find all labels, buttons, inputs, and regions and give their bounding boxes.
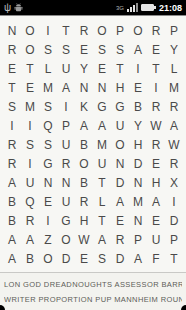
grid-cell-r5-c2[interactable]: M (21, 97, 39, 116)
grid-cell-r3-c8[interactable]: I (129, 59, 147, 78)
grid-cell-r11-c10[interactable]: D (165, 211, 183, 230)
grid-cell-r1-c2[interactable]: O (21, 21, 39, 40)
grid-cell-r10-c9[interactable]: A (147, 192, 165, 211)
grid-cell-r2-c6[interactable]: S (93, 40, 111, 59)
grid-cell-r6-c8[interactable]: Y (129, 116, 147, 135)
grid-cell-r11-c5[interactable]: H (75, 211, 93, 230)
grid-cell-r11-c2[interactable]: R (21, 211, 39, 230)
grid-cell-r12-c9[interactable]: U (147, 230, 165, 249)
grid-cell-r5-c5[interactable]: K (75, 97, 93, 116)
grid-cell-r4-c5[interactable]: N (75, 78, 93, 97)
grid-cell-r5-c1[interactable]: S (3, 97, 21, 116)
grid-cell-r2-c5[interactable]: E (75, 40, 93, 59)
grid-cell-r1-c5[interactable]: R (75, 21, 93, 40)
grid-cell-r4-c4[interactable]: A (57, 78, 75, 97)
grid-cell-r1-c1[interactable]: N (3, 21, 21, 40)
word-list-line-1: LON GOD DREADNOUGHTS ASSESSOR BARRISTER (4, 277, 182, 292)
grid-cell-r11-c6[interactable]: T (93, 211, 111, 230)
grid-cell-r10-c3[interactable]: E (39, 192, 57, 211)
grid-cell-r2-c7[interactable]: S (111, 40, 129, 59)
grid-cell-r7-c2[interactable]: S (21, 135, 39, 154)
grid-cell-r12-c10[interactable]: P (165, 230, 183, 249)
letter-grid[interactable]: NOITROPORPROSSESSAEYETLUYETITLTEMANNHEIM… (3, 21, 183, 268)
grid-cell-r4-c3[interactable]: M (39, 78, 57, 97)
usb-debugging-android-icon (14, 3, 23, 13)
grid-cell-r3-c9[interactable]: T (147, 59, 165, 78)
grid-cell-r9-c4[interactable]: N (57, 173, 75, 192)
grid-cell-r12-c2[interactable]: A (21, 230, 39, 249)
grid-cell-r10-c4[interactable]: U (57, 192, 75, 211)
grid-cell-r1-c4[interactable]: T (57, 21, 75, 40)
grid-cell-r4-c1[interactable]: T (3, 78, 21, 97)
grid-cell-r7-c7[interactable]: O (111, 135, 129, 154)
grid-cell-r13-c1[interactable]: A (3, 249, 21, 268)
grid-cell-r2-c9[interactable]: E (147, 40, 165, 59)
grid-cell-r9-c1[interactable]: A (3, 173, 21, 192)
grid-cell-r2-c3[interactable]: S (39, 40, 57, 59)
grid-cell-r13-c8[interactable]: A (129, 249, 147, 268)
network-3g-icon: 3G (116, 5, 124, 11)
grid-cell-r12-c8[interactable]: P (129, 230, 147, 249)
grid-cell-r3-c1[interactable]: E (3, 59, 21, 78)
grid-cell-r10-c8[interactable]: M (129, 192, 147, 211)
grid-cell-r13-c6[interactable]: S (93, 249, 111, 268)
grid-cell-r1-c6[interactable]: O (93, 21, 111, 40)
grid-cell-r9-c2[interactable]: U (21, 173, 39, 192)
grid-cell-r10-c1[interactable]: B (3, 192, 21, 211)
word-list-panel: LON GOD DREADNOUGHTS ASSESSOR BARRISTER … (0, 272, 186, 310)
grid-cell-r9-c9[interactable]: H (147, 173, 165, 192)
grid-cell-r5-c10[interactable]: R (165, 97, 183, 116)
grid-cell-r1-c3[interactable]: I (39, 21, 57, 40)
grid-cell-r7-c9[interactable]: R (147, 135, 165, 154)
usb-connected-icon: ψ (4, 3, 11, 13)
grid-cell-r2-c4[interactable]: S (57, 40, 75, 59)
grid-cell-r6-c7[interactable]: U (111, 116, 129, 135)
grid-cell-r7-c4[interactable]: U (57, 135, 75, 154)
puzzle-area: NOITROPORPROSSESSAEYETLUYETITLTEMANNHEIM… (0, 16, 186, 268)
grid-cell-r1-c8[interactable]: O (129, 21, 147, 40)
grid-cell-r13-c4[interactable]: D (57, 249, 75, 268)
grid-cell-r11-c7[interactable]: E (111, 211, 129, 230)
grid-cell-r11-c3[interactable]: I (39, 211, 57, 230)
word-list-line-2: WRITER PROPORTION PUP MANNHEIM ROUNDER (4, 292, 182, 307)
grid-cell-r12-c5[interactable]: W (75, 230, 93, 249)
grid-cell-r8-c7[interactable]: N (111, 154, 129, 173)
status-bar-clock: 21:08 (159, 3, 182, 13)
grid-cell-r12-c4[interactable]: O (57, 230, 75, 249)
grid-cell-r8-c5[interactable]: O (75, 154, 93, 173)
grid-cell-r3-c2[interactable]: T (21, 59, 39, 78)
grid-cell-r7-c8[interactable]: H (129, 135, 147, 154)
grid-cell-r13-c3[interactable]: O (39, 249, 57, 268)
grid-cell-r8-c1[interactable]: R (3, 154, 21, 173)
grid-cell-r6-c5[interactable]: A (75, 116, 93, 135)
grid-cell-r5-c3[interactable]: S (39, 97, 57, 116)
grid-cell-r13-c2[interactable]: B (21, 249, 39, 268)
signal-strength-icon (127, 3, 138, 12)
grid-cell-r7-c5[interactable]: B (75, 135, 93, 154)
grid-cell-r10-c7[interactable]: A (111, 192, 129, 211)
grid-cell-r4-c7[interactable]: H (111, 78, 129, 97)
grid-cell-r2-c1[interactable]: R (3, 40, 21, 59)
grid-cell-r7-c3[interactable]: S (39, 135, 57, 154)
grid-cell-r4-c10[interactable]: M (165, 78, 183, 97)
grid-cell-r12-c3[interactable]: Z (39, 230, 57, 249)
grid-cell-r6-c6[interactable]: A (93, 116, 111, 135)
grid-cell-r11-c4[interactable]: G (57, 211, 75, 230)
grid-cell-r3-c7[interactable]: T (111, 59, 129, 78)
grid-cell-r6-c10[interactable]: A (165, 116, 183, 135)
grid-cell-r4-c8[interactable]: E (129, 78, 147, 97)
grid-cell-r8-c6[interactable]: U (93, 154, 111, 173)
grid-cell-r9-c7[interactable]: D (111, 173, 129, 192)
grid-cell-r3-c3[interactable]: L (39, 59, 57, 78)
grid-cell-r6-c1[interactable]: I (3, 116, 21, 135)
grid-cell-r2-c8[interactable]: A (129, 40, 147, 59)
grid-cell-r5-c7[interactable]: G (111, 97, 129, 116)
grid-cell-r10-c10[interactable]: I (165, 192, 183, 211)
grid-cell-r4-c2[interactable]: E (21, 78, 39, 97)
grid-cell-r11-c9[interactable]: E (147, 211, 165, 230)
grid-cell-r1-c7[interactable]: P (111, 21, 129, 40)
grid-cell-r12-c7[interactable]: R (111, 230, 129, 249)
grid-cell-r9-c10[interactable]: X (165, 173, 183, 192)
grid-cell-r7-c10[interactable]: W (165, 135, 183, 154)
grid-cell-r13-c5[interactable]: E (75, 249, 93, 268)
grid-cell-r6-c3[interactable]: Q (39, 116, 57, 135)
grid-cell-r5-c9[interactable]: R (147, 97, 165, 116)
grid-cell-r8-c3[interactable]: G (39, 154, 57, 173)
grid-cell-r3-c6[interactable]: E (93, 59, 111, 78)
grid-cell-r10-c6[interactable]: L (93, 192, 111, 211)
grid-cell-r6-c2[interactable]: I (21, 116, 39, 135)
grid-cell-r10-c2[interactable]: Q (21, 192, 39, 211)
grid-cell-r8-c9[interactable]: E (147, 154, 165, 173)
word-search-app-screen: ψ 3G 21:08 NOITROPORPROSSESSAEY (0, 0, 186, 310)
grid-cell-r5-c8[interactable]: B (129, 97, 147, 116)
screen-corner-mask-right (181, 305, 186, 310)
grid-cell-r8-c10[interactable]: R (165, 154, 183, 173)
grid-cell-r3-c10[interactable]: L (165, 59, 183, 78)
status-bar-right: 3G 21:08 (116, 3, 182, 13)
grid-cell-r8-c8[interactable]: D (129, 154, 147, 173)
grid-cell-r12-c6[interactable]: A (93, 230, 111, 249)
grid-cell-r2-c10[interactable]: Y (165, 40, 183, 59)
grid-cell-r3-c5[interactable]: Y (75, 59, 93, 78)
grid-cell-r7-c6[interactable]: M (93, 135, 111, 154)
status-bar: ψ 3G 21:08 (0, 0, 186, 16)
grid-cell-r4-c9[interactable]: I (147, 78, 165, 97)
grid-cell-r6-c9[interactable]: W (147, 116, 165, 135)
grid-cell-r13-c10[interactable]: T (165, 249, 183, 268)
grid-cell-r9-c6[interactable]: T (93, 173, 111, 192)
grid-cell-r1-c10[interactable]: P (165, 21, 183, 40)
grid-cell-r12-c1[interactable]: A (3, 230, 21, 249)
grid-cell-r10-c5[interactable]: R (75, 192, 93, 211)
status-bar-left: ψ (4, 3, 116, 13)
grid-cell-r4-c6[interactable]: N (93, 78, 111, 97)
grid-cell-r7-c1[interactable]: R (3, 135, 21, 154)
grid-cell-r8-c2[interactable]: I (21, 154, 39, 173)
battery-icon (141, 4, 154, 11)
grid-cell-r11-c8[interactable]: N (129, 211, 147, 230)
grid-cell-r11-c1[interactable]: B (3, 211, 21, 230)
grid-cell-r2-c2[interactable]: O (21, 40, 39, 59)
grid-cell-r3-c4[interactable]: U (57, 59, 75, 78)
grid-cell-r8-c4[interactable]: R (57, 154, 75, 173)
grid-cell-r6-c4[interactable]: P (57, 116, 75, 135)
grid-cell-r1-c9[interactable]: R (147, 21, 165, 40)
grid-cell-r5-c4[interactable]: I (57, 97, 75, 116)
grid-cell-r9-c3[interactable]: N (39, 173, 57, 192)
grid-cell-r9-c5[interactable]: B (75, 173, 93, 192)
grid-cell-r5-c6[interactable]: G (93, 97, 111, 116)
grid-cell-r9-c8[interactable]: N (129, 173, 147, 192)
grid-cell-r13-c9[interactable]: F (147, 249, 165, 268)
grid-cell-r13-c7[interactable]: D (111, 249, 129, 268)
